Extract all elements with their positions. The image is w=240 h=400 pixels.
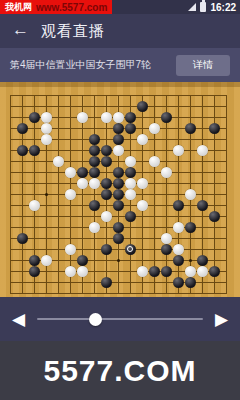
- ad-site-name: 我机网: [5, 1, 32, 14]
- white-stone: [173, 222, 184, 233]
- black-stone: [185, 277, 196, 288]
- white-stone: [77, 266, 88, 277]
- ad-banner[interactable]: 我机网 www.5577.com: [0, 0, 112, 14]
- back-arrow-icon[interactable]: ←: [0, 20, 41, 42]
- white-stone: [65, 244, 76, 255]
- white-stone: [149, 156, 160, 167]
- black-stone: [173, 255, 184, 266]
- black-stone: [89, 134, 100, 145]
- black-stone: [137, 101, 148, 112]
- grid-line: [10, 216, 227, 217]
- white-stone: [173, 145, 184, 156]
- black-stone: [113, 222, 124, 233]
- black-stone: [161, 112, 172, 123]
- white-stone: [41, 255, 52, 266]
- app-header: ← 观看直播: [0, 14, 240, 48]
- black-stone: [209, 266, 220, 277]
- last-move-marker: [127, 246, 133, 252]
- white-stone: [125, 156, 136, 167]
- black-stone: [113, 123, 124, 134]
- black-stone: [173, 200, 184, 211]
- grid-line: [10, 293, 227, 294]
- black-stone: [29, 145, 40, 156]
- white-stone: [113, 145, 124, 156]
- white-stone: [137, 134, 148, 145]
- prev-move-button[interactable]: ◀: [0, 311, 37, 328]
- black-stone: [197, 200, 208, 211]
- black-stone: [89, 200, 100, 211]
- black-stone: [113, 200, 124, 211]
- signal-icon: [188, 3, 196, 11]
- black-stone: [29, 112, 40, 123]
- match-bar: 第4届中信置业中国女子围甲7轮 详情: [0, 48, 240, 82]
- phone-screen: 我机网 www.5577.com 16:22 ← 观看直播 第4届中信置业中国女…: [0, 0, 240, 400]
- black-stone: [161, 244, 172, 255]
- black-stone: [101, 277, 112, 288]
- black-stone: [113, 167, 124, 178]
- black-stone: [113, 189, 124, 200]
- black-stone: [113, 134, 124, 145]
- black-stone: [77, 255, 88, 266]
- status-bar: 我机网 www.5577.com 16:22: [0, 0, 240, 14]
- watermark-text: 5577.COM: [43, 354, 196, 388]
- black-stone: [185, 222, 196, 233]
- black-stone: [125, 123, 136, 134]
- ad-url: www.5577.com: [36, 2, 107, 13]
- white-stone: [101, 211, 112, 222]
- star-point: [45, 193, 48, 196]
- black-stone: [77, 167, 88, 178]
- grid-line: [166, 95, 167, 293]
- white-stone: [137, 178, 148, 189]
- white-stone: [197, 145, 208, 156]
- white-stone: [89, 178, 100, 189]
- status-time: 16:22: [210, 2, 236, 13]
- white-stone: [41, 123, 52, 134]
- black-stone: [113, 178, 124, 189]
- black-stone: [101, 156, 112, 167]
- page-title: 观看直播: [41, 22, 105, 41]
- black-stone: [17, 123, 28, 134]
- board-edge-shade: [0, 82, 240, 87]
- white-stone: [65, 189, 76, 200]
- grid-line: [226, 95, 227, 293]
- move-slider-track[interactable]: [37, 318, 203, 320]
- white-stone: [41, 134, 52, 145]
- white-stone: [41, 112, 52, 123]
- move-slider-knob[interactable]: [89, 313, 102, 326]
- white-stone: [113, 112, 124, 123]
- next-move-button[interactable]: ▶: [203, 311, 240, 328]
- black-stone: [173, 277, 184, 288]
- black-stone: [113, 233, 124, 244]
- black-stone: [17, 233, 28, 244]
- white-stone: [65, 167, 76, 178]
- grid-line: [10, 249, 227, 250]
- black-stone: [17, 145, 28, 156]
- watermark-band: 5577.COM: [0, 341, 240, 400]
- playback-controls: ◀ ▶: [0, 297, 240, 341]
- black-stone: [101, 244, 112, 255]
- status-icons: 16:22: [188, 2, 240, 13]
- black-stone: [101, 145, 112, 156]
- white-stone: [161, 233, 172, 244]
- white-stone: [185, 266, 196, 277]
- white-stone: [101, 112, 112, 123]
- black-stone: [161, 266, 172, 277]
- white-stone: [53, 156, 64, 167]
- black-stone: [125, 167, 136, 178]
- white-stone: [65, 266, 76, 277]
- black-stone: [29, 266, 40, 277]
- white-stone: [137, 266, 148, 277]
- black-stone: [101, 178, 112, 189]
- black-stone: [197, 255, 208, 266]
- black-stone: [149, 266, 160, 277]
- match-title: 第4届中信置业中国女子围甲7轮: [0, 58, 151, 72]
- black-stone: [125, 244, 136, 255]
- battery-icon: [200, 2, 206, 12]
- details-button[interactable]: 详情: [176, 55, 230, 76]
- white-stone: [149, 123, 160, 134]
- white-stone: [137, 200, 148, 211]
- black-stone: [89, 167, 100, 178]
- go-board[interactable]: [0, 82, 240, 297]
- white-stone: [89, 222, 100, 233]
- white-stone: [197, 266, 208, 277]
- white-stone: [29, 200, 40, 211]
- black-stone: [29, 255, 40, 266]
- black-stone: [101, 189, 112, 200]
- black-stone: [89, 145, 100, 156]
- white-stone: [125, 178, 136, 189]
- white-stone: [77, 178, 88, 189]
- black-stone: [209, 123, 220, 134]
- black-stone: [125, 211, 136, 222]
- white-stone: [161, 167, 172, 178]
- black-stone: [125, 112, 136, 123]
- grid-line: [142, 95, 143, 293]
- black-stone: [209, 211, 220, 222]
- star-point: [117, 259, 120, 262]
- star-point: [189, 259, 192, 262]
- black-stone: [185, 123, 196, 134]
- white-stone: [125, 189, 136, 200]
- white-stone: [185, 189, 196, 200]
- black-stone: [89, 156, 100, 167]
- white-stone: [173, 244, 184, 255]
- white-stone: [77, 112, 88, 123]
